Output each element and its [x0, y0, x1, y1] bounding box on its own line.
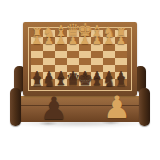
- square: [103, 58, 115, 65]
- square: [79, 51, 91, 58]
- square: ♞: [103, 30, 115, 37]
- square: ♟: [67, 72, 79, 79]
- square: ♟: [103, 37, 115, 44]
- square: [91, 44, 103, 51]
- square: [79, 65, 91, 72]
- square: ♟: [67, 37, 79, 44]
- square: ♜: [31, 30, 43, 37]
- square: ♝: [91, 79, 103, 86]
- square: ♛: [67, 30, 79, 37]
- square: [43, 44, 55, 51]
- square: [79, 44, 91, 51]
- square: ♟: [115, 72, 127, 79]
- inlay-border: ♜♞♝♛♚♝♞♜♟♟♟♟♟♟♟♟♟♟♟♟♟♟♟♟♜♞♝♛♚♝♞♜: [28, 27, 132, 91]
- square: [91, 65, 103, 72]
- square: ♞: [43, 30, 55, 37]
- square: ♜: [115, 30, 127, 37]
- square: ♝: [55, 79, 67, 86]
- square: ♟: [55, 37, 67, 44]
- square: [103, 51, 115, 58]
- chess-board: ♜♞♝♛♚♝♞♜♟♟♟♟♟♟♟♟♟♟♟♟♟♟♟♟♜♞♝♛♚♝♞♜: [31, 30, 127, 86]
- display-pawn-dark: ♟: [40, 93, 68, 124]
- square: [55, 51, 67, 58]
- display-pawn-light: ♟: [103, 92, 131, 123]
- square: [103, 65, 115, 72]
- square: ♟: [43, 72, 55, 79]
- square: ♟: [103, 72, 115, 79]
- square: [43, 65, 55, 72]
- square: [55, 65, 67, 72]
- square: [67, 58, 79, 65]
- square: [67, 44, 79, 51]
- square: [43, 51, 55, 58]
- square: ♟: [31, 72, 43, 79]
- square: ♟: [79, 72, 91, 79]
- square: [91, 51, 103, 58]
- square: [115, 58, 127, 65]
- square: ♟: [91, 72, 103, 79]
- square: ♟: [79, 37, 91, 44]
- square: ♟: [31, 37, 43, 44]
- square: ♟: [55, 72, 67, 79]
- square: ♚: [79, 30, 91, 37]
- board-frame: ♜♞♝♛♚♝♞♜♟♟♟♟♟♟♟♟♟♟♟♟♟♟♟♟♜♞♝♛♚♝♞♜: [23, 22, 137, 96]
- square: ♞: [103, 79, 115, 86]
- square: ♝: [91, 30, 103, 37]
- square: [67, 51, 79, 58]
- square: [55, 58, 67, 65]
- product-photo-scene: ♜♞♝♛♚♝♞♜♟♟♟♟♟♟♟♟♟♟♟♟♟♟♟♟♜♞♝♛♚♝♞♜ ♟ ♟: [0, 0, 160, 160]
- square: ♝: [55, 30, 67, 37]
- square: [91, 58, 103, 65]
- square: ♚: [79, 79, 91, 86]
- square: [67, 65, 79, 72]
- square: ♟: [115, 37, 127, 44]
- square: [115, 44, 127, 51]
- square: [115, 51, 127, 58]
- square: ♛: [67, 79, 79, 86]
- corner-pillar-front-right: [139, 88, 150, 126]
- square: ♟: [43, 37, 55, 44]
- square: [79, 58, 91, 65]
- square: [103, 44, 115, 51]
- square: ♜: [31, 79, 43, 86]
- square: [55, 44, 67, 51]
- square: ♜: [115, 79, 127, 86]
- square: [31, 58, 43, 65]
- corner-pillar-front-left: [10, 88, 21, 126]
- square: [31, 51, 43, 58]
- square: [115, 65, 127, 72]
- square: [43, 58, 55, 65]
- square: [31, 65, 43, 72]
- square: ♟: [91, 37, 103, 44]
- square: [31, 44, 43, 51]
- square: ♞: [43, 79, 55, 86]
